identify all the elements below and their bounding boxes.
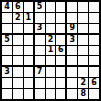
cell-r6c4[interactable] bbox=[35, 56, 45, 66]
cell-r9c8[interactable]: 8 bbox=[78, 89, 88, 99]
cell-r5c1[interactable] bbox=[2, 46, 12, 56]
cell-r5c9[interactable] bbox=[89, 46, 99, 56]
cell-r6c8[interactable] bbox=[78, 56, 88, 66]
cell-r4c7[interactable]: 3 bbox=[67, 35, 77, 45]
given-digit: 2 bbox=[15, 14, 21, 22]
cell-r3c2[interactable] bbox=[13, 24, 23, 34]
cell-r2c4[interactable] bbox=[35, 13, 45, 23]
cell-r8c8[interactable]: 2 bbox=[78, 78, 88, 88]
cell-r4c8[interactable] bbox=[78, 35, 88, 45]
cell-r8c9[interactable]: 6 bbox=[89, 78, 99, 88]
cell-r5c7[interactable] bbox=[67, 46, 77, 56]
cell-r4c4[interactable] bbox=[35, 35, 45, 45]
given-digit: 3 bbox=[4, 68, 10, 76]
given-digit: 1 bbox=[48, 46, 54, 54]
cell-r6c7[interactable] bbox=[67, 56, 77, 66]
cell-r3c9[interactable] bbox=[89, 24, 99, 34]
cell-r2c2[interactable]: 2 bbox=[13, 13, 23, 23]
given-digit: 5 bbox=[4, 36, 10, 44]
sudoku-board: 46521395231637268 bbox=[0, 0, 101, 101]
cell-r7c1[interactable]: 3 bbox=[2, 67, 12, 77]
cell-r3c5[interactable] bbox=[46, 24, 56, 34]
cell-r8c4[interactable] bbox=[35, 78, 45, 88]
cell-r7c2[interactable] bbox=[13, 67, 23, 77]
cell-r6c3[interactable] bbox=[24, 56, 34, 66]
given-digit: 5 bbox=[37, 3, 43, 11]
cell-r4c1[interactable]: 5 bbox=[2, 35, 12, 45]
cell-r5c3[interactable] bbox=[24, 46, 34, 56]
given-digit: 2 bbox=[80, 79, 86, 87]
cell-r8c3[interactable] bbox=[24, 78, 34, 88]
cell-r6c5[interactable] bbox=[46, 56, 56, 66]
cell-r4c6[interactable] bbox=[56, 35, 66, 45]
given-digit: 3 bbox=[37, 24, 43, 32]
given-digit: 7 bbox=[37, 68, 43, 76]
cell-r3c1[interactable] bbox=[2, 24, 12, 34]
cell-r4c9[interactable] bbox=[89, 35, 99, 45]
cell-r5c4[interactable] bbox=[35, 46, 45, 56]
cell-r2c9[interactable] bbox=[89, 13, 99, 23]
cell-r2c5[interactable] bbox=[46, 13, 56, 23]
cell-r9c2[interactable] bbox=[13, 89, 23, 99]
cell-r3c4[interactable]: 3 bbox=[35, 24, 45, 34]
cell-r8c1[interactable] bbox=[2, 78, 12, 88]
cell-r6c6[interactable] bbox=[56, 56, 66, 66]
given-digit: 1 bbox=[25, 14, 31, 22]
cell-r9c3[interactable] bbox=[24, 89, 34, 99]
given-digit: 4 bbox=[4, 3, 10, 11]
cell-r3c6[interactable] bbox=[56, 24, 66, 34]
cell-r6c9[interactable] bbox=[89, 56, 99, 66]
cell-r7c3[interactable] bbox=[24, 67, 34, 77]
cell-r7c4[interactable]: 7 bbox=[35, 67, 45, 77]
cell-r2c6[interactable] bbox=[56, 13, 66, 23]
cell-r9c7[interactable] bbox=[67, 89, 77, 99]
cell-r1c8[interactable] bbox=[78, 2, 88, 12]
cell-r2c7[interactable] bbox=[67, 13, 77, 23]
cell-r8c2[interactable] bbox=[13, 78, 23, 88]
cell-r1c1[interactable]: 4 bbox=[2, 2, 12, 12]
cell-r1c2[interactable]: 6 bbox=[13, 2, 23, 12]
given-digit: 3 bbox=[69, 36, 75, 44]
cell-r4c5[interactable]: 2 bbox=[46, 35, 56, 45]
cell-r2c1[interactable] bbox=[2, 13, 12, 23]
cell-r5c2[interactable] bbox=[13, 46, 23, 56]
given-digit: 6 bbox=[15, 3, 21, 11]
cell-r7c5[interactable] bbox=[46, 67, 56, 77]
given-digit: 8 bbox=[80, 90, 86, 98]
cell-r7c6[interactable] bbox=[56, 67, 66, 77]
cell-r2c3[interactable]: 1 bbox=[24, 13, 34, 23]
cell-r8c6[interactable] bbox=[56, 78, 66, 88]
cell-r1c5[interactable] bbox=[46, 2, 56, 12]
given-digit: 6 bbox=[58, 46, 64, 54]
cell-r1c3[interactable] bbox=[24, 2, 34, 12]
cell-r6c2[interactable] bbox=[13, 56, 23, 66]
cell-r6c1[interactable] bbox=[2, 56, 12, 66]
cell-r9c6[interactable] bbox=[56, 89, 66, 99]
cell-r7c7[interactable] bbox=[67, 67, 77, 77]
cell-r1c6[interactable] bbox=[56, 2, 66, 12]
cell-r2c8[interactable] bbox=[78, 13, 88, 23]
cell-r4c3[interactable] bbox=[24, 35, 34, 45]
cell-r9c5[interactable] bbox=[46, 89, 56, 99]
given-digit: 9 bbox=[69, 24, 75, 32]
cell-r5c8[interactable] bbox=[78, 46, 88, 56]
cell-r9c4[interactable] bbox=[35, 89, 45, 99]
cell-r4c2[interactable] bbox=[13, 35, 23, 45]
cell-r9c9[interactable] bbox=[89, 89, 99, 99]
cell-r3c8[interactable] bbox=[78, 24, 88, 34]
given-digit: 6 bbox=[91, 79, 97, 87]
cell-r8c7[interactable] bbox=[67, 78, 77, 88]
cell-r5c6[interactable]: 6 bbox=[56, 46, 66, 56]
cell-r1c7[interactable] bbox=[67, 2, 77, 12]
cell-r8c5[interactable] bbox=[46, 78, 56, 88]
cell-r1c9[interactable] bbox=[89, 2, 99, 12]
cell-r9c1[interactable] bbox=[2, 89, 12, 99]
cell-r3c3[interactable] bbox=[24, 24, 34, 34]
cell-r3c7[interactable]: 9 bbox=[67, 24, 77, 34]
cell-r7c9[interactable] bbox=[89, 67, 99, 77]
cell-r1c4[interactable]: 5 bbox=[35, 2, 45, 12]
cell-r5c5[interactable]: 1 bbox=[46, 46, 56, 56]
cell-r7c8[interactable] bbox=[78, 67, 88, 77]
given-digit: 2 bbox=[48, 36, 54, 44]
